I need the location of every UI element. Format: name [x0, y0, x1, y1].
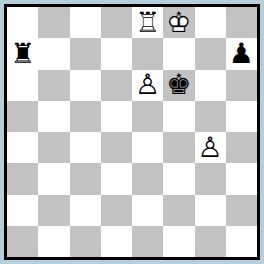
- square-b8[interactable]: [38, 7, 69, 38]
- square-a8[interactable]: [7, 7, 38, 38]
- square-c2[interactable]: [70, 195, 101, 226]
- square-b7[interactable]: [38, 38, 69, 69]
- square-g7[interactable]: [195, 38, 226, 69]
- chess-board[interactable]: ♜♖♚♔♜♟♟♙♚♟♙: [7, 7, 257, 257]
- square-c7[interactable]: [70, 38, 101, 69]
- square-g3[interactable]: [195, 163, 226, 194]
- square-a1[interactable]: [7, 226, 38, 257]
- square-d6[interactable]: [101, 70, 132, 101]
- square-a2[interactable]: [7, 195, 38, 226]
- square-e3[interactable]: [132, 163, 163, 194]
- square-d7[interactable]: [101, 38, 132, 69]
- square-c4[interactable]: [70, 132, 101, 163]
- square-e7[interactable]: [132, 38, 163, 69]
- square-g8[interactable]: [195, 7, 226, 38]
- square-d1[interactable]: [101, 226, 132, 257]
- square-c8[interactable]: [70, 7, 101, 38]
- square-a3[interactable]: [7, 163, 38, 194]
- board-border: ♜♖♚♔♜♟♟♙♚♟♙: [4, 4, 260, 260]
- square-g6[interactable]: [195, 70, 226, 101]
- square-f1[interactable]: [163, 226, 194, 257]
- square-e1[interactable]: [132, 226, 163, 257]
- square-b6[interactable]: [38, 70, 69, 101]
- square-c5[interactable]: [70, 101, 101, 132]
- square-h7[interactable]: ♟: [226, 38, 257, 69]
- white-king: ♔: [163, 7, 194, 38]
- square-e4[interactable]: [132, 132, 163, 163]
- square-d5[interactable]: [101, 101, 132, 132]
- white-pawn: ♙: [195, 132, 226, 163]
- square-g1[interactable]: [195, 226, 226, 257]
- white-pawn-fill: ♟: [132, 70, 163, 101]
- square-c6[interactable]: [70, 70, 101, 101]
- black-king: ♚: [163, 70, 194, 101]
- white-pawn: ♙: [132, 70, 163, 101]
- square-f5[interactable]: [163, 101, 194, 132]
- square-a4[interactable]: [7, 132, 38, 163]
- black-rook: ♜: [7, 38, 38, 69]
- square-a7[interactable]: ♜: [7, 38, 38, 69]
- square-b3[interactable]: [38, 163, 69, 194]
- square-g2[interactable]: [195, 195, 226, 226]
- square-e6[interactable]: ♟♙: [132, 70, 163, 101]
- square-e5[interactable]: [132, 101, 163, 132]
- square-e8[interactable]: ♜♖: [132, 7, 163, 38]
- chess-diagram: ♜♖♚♔♜♟♟♙♚♟♙: [0, 0, 264, 264]
- square-h4[interactable]: [226, 132, 257, 163]
- square-h8[interactable]: [226, 7, 257, 38]
- square-b4[interactable]: [38, 132, 69, 163]
- square-f4[interactable]: [163, 132, 194, 163]
- square-h6[interactable]: [226, 70, 257, 101]
- square-d2[interactable]: [101, 195, 132, 226]
- square-g4[interactable]: ♟♙: [195, 132, 226, 163]
- square-b5[interactable]: [38, 101, 69, 132]
- square-c1[interactable]: [70, 226, 101, 257]
- square-c3[interactable]: [70, 163, 101, 194]
- white-rook: ♖: [132, 7, 163, 38]
- square-h3[interactable]: [226, 163, 257, 194]
- square-f2[interactable]: [163, 195, 194, 226]
- square-d8[interactable]: [101, 7, 132, 38]
- square-h5[interactable]: [226, 101, 257, 132]
- square-f8[interactable]: ♚♔: [163, 7, 194, 38]
- black-pawn: ♟: [226, 38, 257, 69]
- white-king-fill: ♚: [163, 7, 194, 38]
- square-a6[interactable]: [7, 70, 38, 101]
- square-d4[interactable]: [101, 132, 132, 163]
- square-b1[interactable]: [38, 226, 69, 257]
- square-f7[interactable]: [163, 38, 194, 69]
- square-a5[interactable]: [7, 101, 38, 132]
- square-f6[interactable]: ♚: [163, 70, 194, 101]
- white-pawn-fill: ♟: [195, 132, 226, 163]
- square-h1[interactable]: [226, 226, 257, 257]
- square-d3[interactable]: [101, 163, 132, 194]
- square-h2[interactable]: [226, 195, 257, 226]
- square-e2[interactable]: [132, 195, 163, 226]
- square-f3[interactable]: [163, 163, 194, 194]
- white-rook-fill: ♜: [132, 7, 163, 38]
- square-g5[interactable]: [195, 101, 226, 132]
- square-b2[interactable]: [38, 195, 69, 226]
